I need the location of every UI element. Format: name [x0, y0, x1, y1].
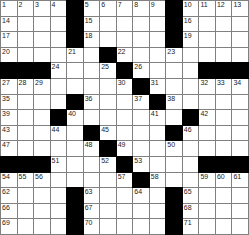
cell[interactable]: 40 — [67, 110, 83, 125]
clue-number: 1 — [2, 1, 6, 9]
cell[interactable] — [216, 48, 232, 63]
cell[interactable] — [216, 188, 232, 203]
cell[interactable]: 38 — [166, 95, 182, 110]
clue-number: 36 — [85, 95, 93, 103]
cell[interactable] — [183, 95, 199, 110]
block-cell — [117, 157, 133, 172]
crossword-grid: 1234567891011121314151617181920212223242… — [0, 0, 249, 235]
block-cell — [166, 17, 182, 32]
cell[interactable]: 17 — [1, 32, 17, 47]
cell[interactable] — [67, 63, 83, 78]
cell[interactable] — [150, 32, 166, 47]
cell[interactable]: 48 — [84, 141, 100, 156]
cell[interactable]: 5 — [84, 1, 100, 16]
cell[interactable] — [199, 188, 215, 203]
cell[interactable] — [199, 126, 215, 141]
clue-number: 39 — [2, 110, 10, 118]
cell[interactable] — [150, 126, 166, 141]
block-cell — [1, 157, 17, 172]
cell[interactable] — [34, 48, 50, 63]
cell[interactable] — [133, 17, 149, 32]
cell[interactable] — [232, 219, 248, 234]
cell[interactable] — [166, 63, 182, 78]
cell[interactable]: 2 — [18, 1, 34, 16]
cell[interactable] — [51, 48, 67, 63]
clue-number: 24 — [52, 63, 60, 71]
cell[interactable] — [150, 157, 166, 172]
clue-number: 68 — [184, 204, 192, 212]
cell[interactable] — [216, 141, 232, 156]
cell[interactable]: 65 — [183, 188, 199, 203]
cell[interactable]: 29 — [34, 79, 50, 94]
clue-number: 59 — [200, 173, 208, 181]
block-cell — [100, 48, 116, 63]
clue-number: 54 — [2, 173, 10, 181]
clue-number: 19 — [184, 32, 192, 40]
cell[interactable] — [199, 32, 215, 47]
cell[interactable]: 45 — [100, 126, 116, 141]
cell[interactable] — [67, 173, 83, 188]
block-cell — [133, 173, 149, 188]
cell[interactable] — [199, 95, 215, 110]
clue-number: 30 — [118, 79, 126, 87]
cell[interactable] — [51, 32, 67, 47]
cell[interactable]: 69 — [1, 219, 17, 234]
cell[interactable] — [183, 141, 199, 156]
cell[interactable] — [34, 219, 50, 234]
clue-number: 28 — [19, 79, 27, 87]
cell[interactable] — [18, 204, 34, 219]
block-cell — [67, 188, 83, 203]
cell[interactable] — [216, 204, 232, 219]
cell[interactable] — [183, 79, 199, 94]
clue-number: 14 — [2, 17, 10, 25]
block-cell — [67, 1, 83, 16]
cell[interactable] — [51, 188, 67, 203]
clue-number: 4 — [52, 1, 56, 9]
clue-number: 13 — [233, 1, 241, 9]
cell[interactable] — [232, 17, 248, 32]
cell[interactable]: 24 — [51, 63, 67, 78]
clue-number: 69 — [2, 219, 10, 227]
cell[interactable] — [199, 141, 215, 156]
cell[interactable] — [150, 219, 166, 234]
clue-number: 27 — [2, 79, 10, 87]
cell[interactable]: 31 — [150, 79, 166, 94]
cell[interactable] — [166, 79, 182, 94]
cell[interactable]: 3 — [34, 1, 50, 16]
cell[interactable]: 33 — [216, 79, 232, 94]
clue-number: 57 — [118, 173, 126, 181]
clue-number: 3 — [35, 1, 39, 9]
cell[interactable] — [216, 17, 232, 32]
cell[interactable] — [18, 141, 34, 156]
cell[interactable]: 4 — [51, 1, 67, 16]
cell[interactable] — [34, 126, 50, 141]
cell[interactable]: 67 — [84, 204, 100, 219]
block-cell — [166, 219, 182, 234]
cell[interactable] — [133, 141, 149, 156]
cell[interactable] — [100, 79, 116, 94]
cell[interactable]: 9 — [150, 1, 166, 16]
block-cell — [67, 95, 83, 110]
cell[interactable]: 16 — [183, 17, 199, 32]
clue-number: 62 — [2, 188, 10, 196]
cell[interactable] — [84, 157, 100, 172]
block-cell — [199, 63, 215, 78]
cell[interactable] — [18, 126, 34, 141]
clue-number: 34 — [233, 79, 241, 87]
cell[interactable] — [18, 32, 34, 47]
cell[interactable]: 70 — [84, 219, 100, 234]
block-cell — [18, 157, 34, 172]
cell[interactable]: 13 — [232, 1, 248, 16]
block-cell — [232, 157, 248, 172]
clue-number: 41 — [151, 110, 159, 118]
cell[interactable] — [100, 204, 116, 219]
clue-number: 56 — [35, 173, 43, 181]
cell[interactable] — [199, 219, 215, 234]
cell[interactable] — [100, 32, 116, 47]
cell[interactable] — [51, 219, 67, 234]
block-cell — [166, 204, 182, 219]
block-cell — [183, 110, 199, 125]
cell[interactable] — [100, 17, 116, 32]
cell[interactable]: 19 — [183, 32, 199, 47]
clue-number: 43 — [2, 126, 10, 134]
clue-number: 11 — [200, 1, 207, 9]
clue-number: 17 — [2, 32, 10, 40]
clue-number: 58 — [151, 173, 159, 181]
cell[interactable]: 35 — [1, 95, 17, 110]
clue-number: 16 — [184, 17, 192, 25]
block-cell — [84, 126, 100, 141]
cell[interactable] — [117, 126, 133, 141]
clue-number: 48 — [85, 141, 93, 149]
block-cell — [34, 63, 50, 78]
cell[interactable] — [183, 157, 199, 172]
cell[interactable] — [100, 173, 116, 188]
clue-number: 66 — [2, 204, 10, 212]
cell[interactable] — [183, 48, 199, 63]
cell[interactable] — [216, 110, 232, 125]
clue-number: 35 — [2, 95, 10, 103]
cell[interactable]: 63 — [84, 188, 100, 203]
block-cell — [166, 1, 182, 16]
cell[interactable]: 41 — [150, 110, 166, 125]
cell[interactable]: 49 — [117, 141, 133, 156]
clue-number: 67 — [85, 204, 93, 212]
block-cell — [34, 157, 50, 172]
block-cell — [150, 95, 166, 110]
cell[interactable] — [216, 95, 232, 110]
cell[interactable]: 60 — [216, 173, 232, 188]
cell[interactable]: 50 — [166, 141, 182, 156]
cell[interactable] — [67, 126, 83, 141]
cell[interactable] — [51, 95, 67, 110]
cell[interactable] — [150, 141, 166, 156]
cell[interactable]: 66 — [1, 204, 17, 219]
clue-number: 2 — [19, 1, 23, 9]
cell[interactable] — [100, 110, 116, 125]
cell[interactable]: 37 — [133, 95, 149, 110]
clue-number: 7 — [118, 1, 122, 9]
clue-number: 55 — [19, 173, 27, 181]
cell[interactable] — [232, 188, 248, 203]
cell[interactable]: 62 — [1, 188, 17, 203]
cell[interactable]: 42 — [199, 110, 215, 125]
cell[interactable] — [232, 32, 248, 47]
cell[interactable]: 15 — [84, 17, 100, 32]
clue-number: 71 — [184, 219, 192, 227]
cell[interactable]: 28 — [18, 79, 34, 94]
block-cell — [216, 63, 232, 78]
clue-number: 44 — [52, 126, 60, 134]
cell[interactable] — [18, 17, 34, 32]
cell[interactable] — [18, 188, 34, 203]
cell[interactable] — [117, 188, 133, 203]
cell[interactable] — [133, 48, 149, 63]
clue-number: 40 — [68, 110, 76, 118]
cell[interactable] — [34, 110, 50, 125]
clue-number: 29 — [35, 79, 43, 87]
block-cell — [166, 32, 182, 47]
cell[interactable] — [34, 141, 50, 156]
cell[interactable] — [199, 48, 215, 63]
cell[interactable] — [232, 204, 248, 219]
cell[interactable] — [216, 32, 232, 47]
cell[interactable] — [117, 17, 133, 32]
cell[interactable]: 21 — [67, 48, 83, 63]
clue-number: 63 — [85, 188, 93, 196]
cell[interactable]: 25 — [100, 63, 116, 78]
clue-number: 45 — [101, 126, 109, 134]
clue-number: 8 — [134, 1, 138, 9]
cell[interactable] — [183, 63, 199, 78]
block-cell — [117, 63, 133, 78]
cell[interactable]: 68 — [183, 204, 199, 219]
cell[interactable] — [67, 79, 83, 94]
block-cell — [232, 63, 248, 78]
cell[interactable] — [84, 79, 100, 94]
cell[interactable] — [150, 48, 166, 63]
cell[interactable]: 55 — [18, 173, 34, 188]
cell[interactable] — [117, 95, 133, 110]
cell[interactable] — [232, 48, 248, 63]
cell[interactable] — [216, 219, 232, 234]
clue-number: 61 — [233, 173, 241, 181]
cell[interactable] — [150, 63, 166, 78]
cell[interactable] — [84, 173, 100, 188]
clue-number: 70 — [85, 219, 93, 227]
cell[interactable]: 14 — [1, 17, 17, 32]
cell[interactable] — [232, 95, 248, 110]
cell[interactable]: 54 — [1, 173, 17, 188]
clue-number: 42 — [200, 110, 208, 118]
cell[interactable] — [166, 110, 182, 125]
block-cell — [67, 17, 83, 32]
cell[interactable] — [34, 204, 50, 219]
cell[interactable] — [150, 188, 166, 203]
block-cell — [199, 157, 215, 172]
clue-number: 20 — [2, 48, 10, 56]
clue-number: 47 — [2, 141, 10, 149]
clue-number: 31 — [151, 79, 159, 87]
cell[interactable] — [117, 32, 133, 47]
cell[interactable] — [51, 141, 67, 156]
cell[interactable]: 7 — [117, 1, 133, 16]
cell[interactable] — [84, 110, 100, 125]
cell[interactable] — [51, 204, 67, 219]
cell[interactable] — [117, 110, 133, 125]
cell[interactable]: 6 — [100, 1, 116, 16]
cell[interactable]: 51 — [51, 157, 67, 172]
cell[interactable]: 11 — [199, 1, 215, 16]
cell[interactable] — [166, 157, 182, 172]
cell[interactable]: 30 — [117, 79, 133, 94]
cell[interactable]: 52 — [100, 157, 116, 172]
cell[interactable] — [232, 126, 248, 141]
cell[interactable] — [84, 48, 100, 63]
cell[interactable] — [183, 173, 199, 188]
cell[interactable] — [18, 95, 34, 110]
cell[interactable] — [18, 110, 34, 125]
cell[interactable]: 39 — [1, 110, 17, 125]
cell[interactable] — [67, 141, 83, 156]
clue-number: 5 — [85, 1, 89, 9]
cell[interactable]: 64 — [133, 188, 149, 203]
clue-number: 6 — [101, 1, 105, 9]
cell[interactable]: 20 — [1, 48, 17, 63]
clue-number: 51 — [52, 157, 60, 165]
cell[interactable]: 27 — [1, 79, 17, 94]
block-cell — [100, 141, 116, 156]
block-cell — [216, 157, 232, 172]
cell[interactable]: 53 — [133, 157, 149, 172]
cell[interactable] — [34, 95, 50, 110]
block-cell — [67, 219, 83, 234]
cell[interactable] — [18, 48, 34, 63]
cell[interactable] — [84, 63, 100, 78]
cell[interactable] — [34, 17, 50, 32]
cell[interactable] — [34, 32, 50, 47]
clue-number: 26 — [134, 63, 142, 71]
clue-number: 22 — [118, 48, 126, 56]
cell[interactable]: 32 — [199, 79, 215, 94]
cell[interactable]: 22 — [117, 48, 133, 63]
clue-number: 37 — [134, 95, 142, 103]
cell[interactable]: 44 — [51, 126, 67, 141]
cell[interactable]: 59 — [199, 173, 215, 188]
clue-number: 50 — [167, 141, 175, 149]
cell[interactable]: 58 — [150, 173, 166, 188]
clue-number: 33 — [217, 79, 225, 87]
cell[interactable]: 57 — [117, 173, 133, 188]
cell[interactable]: 23 — [166, 48, 182, 63]
cell[interactable] — [133, 219, 149, 234]
block-cell — [166, 188, 182, 203]
cell[interactable]: 1 — [1, 1, 17, 16]
clue-number: 15 — [85, 17, 93, 25]
clue-number: 9 — [151, 1, 155, 9]
cell[interactable] — [150, 17, 166, 32]
cell[interactable] — [150, 204, 166, 219]
block-cell — [18, 63, 34, 78]
cell[interactable]: 26 — [133, 63, 149, 78]
cell[interactable] — [100, 95, 116, 110]
clue-number: 49 — [118, 141, 126, 149]
clue-number: 46 — [184, 126, 192, 134]
clue-number: 53 — [134, 157, 142, 165]
cell[interactable] — [34, 188, 50, 203]
cell[interactable] — [51, 79, 67, 94]
cell[interactable]: 34 — [232, 79, 248, 94]
cell[interactable] — [117, 204, 133, 219]
cell[interactable]: 71 — [183, 219, 199, 234]
cell[interactable] — [117, 219, 133, 234]
block-cell — [166, 126, 182, 141]
block-cell — [51, 110, 67, 125]
clue-number: 65 — [184, 188, 192, 196]
cell[interactable] — [133, 126, 149, 141]
cell[interactable]: 18 — [84, 32, 100, 47]
cell[interactable]: 43 — [1, 126, 17, 141]
clue-number: 52 — [101, 157, 109, 165]
clue-number: 23 — [167, 48, 175, 56]
cell[interactable] — [216, 126, 232, 141]
clue-number: 32 — [200, 79, 208, 87]
cell[interactable] — [133, 110, 149, 125]
cell[interactable]: 47 — [1, 141, 17, 156]
clue-number: 60 — [217, 173, 225, 181]
cell[interactable] — [232, 141, 248, 156]
cell[interactable]: 36 — [84, 95, 100, 110]
cell[interactable] — [199, 204, 215, 219]
block-cell — [1, 63, 17, 78]
block-cell — [67, 204, 83, 219]
cell[interactable] — [232, 110, 248, 125]
cell[interactable] — [67, 157, 83, 172]
cell[interactable] — [166, 173, 182, 188]
cell[interactable] — [51, 173, 67, 188]
clue-number: 12 — [217, 1, 225, 9]
cell[interactable]: 61 — [232, 173, 248, 188]
cell[interactable] — [133, 204, 149, 219]
cell[interactable]: 8 — [133, 1, 149, 16]
cell[interactable] — [51, 17, 67, 32]
clue-number: 38 — [167, 95, 175, 103]
clue-number: 25 — [101, 63, 109, 71]
cell[interactable] — [199, 17, 215, 32]
clue-number: 64 — [134, 188, 142, 196]
clue-number: 21 — [68, 48, 76, 56]
cell[interactable] — [100, 219, 116, 234]
cell[interactable]: 10 — [183, 1, 199, 16]
block-cell — [133, 79, 149, 94]
block-cell — [67, 32, 83, 47]
cell[interactable]: 12 — [216, 1, 232, 16]
clue-number: 18 — [85, 32, 93, 40]
cell[interactable] — [18, 219, 34, 234]
clue-number: 10 — [184, 1, 192, 9]
cell[interactable]: 56 — [34, 173, 50, 188]
cell[interactable]: 46 — [183, 126, 199, 141]
cell[interactable] — [100, 188, 116, 203]
cell[interactable] — [133, 32, 149, 47]
